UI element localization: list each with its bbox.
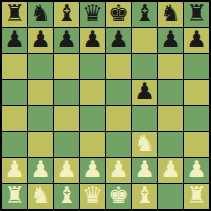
piece-white-pawn: ♟ xyxy=(4,158,25,181)
square-a8[interactable]: ♜ xyxy=(2,2,27,27)
square-e8[interactable]: ♚ xyxy=(106,2,131,27)
square-g8[interactable]: ♞ xyxy=(158,2,183,27)
square-a4[interactable] xyxy=(2,106,27,131)
square-c5[interactable] xyxy=(54,80,79,105)
square-b6[interactable] xyxy=(28,54,53,79)
square-d6[interactable] xyxy=(80,54,105,79)
square-g2[interactable]: ♟ xyxy=(158,158,183,183)
piece-black-bishop: ♝ xyxy=(134,2,155,25)
square-d2[interactable]: ♟ xyxy=(80,158,105,183)
square-c8[interactable]: ♝ xyxy=(54,2,79,27)
piece-white-pawn: ♟ xyxy=(30,158,51,181)
square-b5[interactable] xyxy=(28,80,53,105)
square-g4[interactable] xyxy=(158,106,183,131)
square-a2[interactable]: ♟ xyxy=(2,158,27,183)
piece-black-rook: ♜ xyxy=(186,2,207,25)
square-c3[interactable] xyxy=(54,132,79,157)
square-d7[interactable]: ♟ xyxy=(80,28,105,53)
square-a6[interactable] xyxy=(2,54,27,79)
square-f1[interactable]: ♝ xyxy=(132,184,157,209)
square-e4[interactable] xyxy=(106,106,131,131)
square-e6[interactable] xyxy=(106,54,131,79)
square-a1[interactable]: ♜ xyxy=(2,184,27,209)
piece-black-rook: ♜ xyxy=(4,2,25,25)
square-h6[interactable] xyxy=(184,54,209,79)
piece-black-knight: ♞ xyxy=(30,2,51,25)
square-f2[interactable]: ♟ xyxy=(132,158,157,183)
square-e1[interactable]: ♚ xyxy=(106,184,131,209)
square-a7[interactable]: ♟ xyxy=(2,28,27,53)
piece-black-pawn: ♟ xyxy=(108,28,129,51)
square-h3[interactable] xyxy=(184,132,209,157)
piece-white-pawn: ♟ xyxy=(186,158,207,181)
chess-board: ♜♞♝♛♚♝♞♜♟♟♟♟♟♟♟♟♞♟♟♟♟♟♟♟♟♜♞♝♛♚♝♜ xyxy=(0,0,211,211)
piece-white-pawn: ♟ xyxy=(108,158,129,181)
square-f8[interactable]: ♝ xyxy=(132,2,157,27)
piece-black-pawn: ♟ xyxy=(160,28,181,51)
square-h5[interactable] xyxy=(184,80,209,105)
piece-black-pawn: ♟ xyxy=(186,28,207,51)
square-c4[interactable] xyxy=(54,106,79,131)
square-e3[interactable] xyxy=(106,132,131,157)
square-h2[interactable]: ♟ xyxy=(184,158,209,183)
piece-black-pawn: ♟ xyxy=(30,28,51,51)
square-a3[interactable] xyxy=(2,132,27,157)
piece-white-queen: ♛ xyxy=(82,184,103,207)
square-d5[interactable] xyxy=(80,80,105,105)
square-a5[interactable] xyxy=(2,80,27,105)
square-g1[interactable] xyxy=(158,184,183,209)
square-d8[interactable]: ♛ xyxy=(80,2,105,27)
square-g5[interactable] xyxy=(158,80,183,105)
square-f4[interactable] xyxy=(132,106,157,131)
piece-black-bishop: ♝ xyxy=(56,2,77,25)
square-g7[interactable]: ♟ xyxy=(158,28,183,53)
piece-white-pawn: ♟ xyxy=(134,158,155,181)
square-c7[interactable]: ♟ xyxy=(54,28,79,53)
piece-white-knight: ♞ xyxy=(134,132,155,155)
square-b2[interactable]: ♟ xyxy=(28,158,53,183)
square-f7[interactable] xyxy=(132,28,157,53)
piece-black-pawn: ♟ xyxy=(56,28,77,51)
square-d4[interactable] xyxy=(80,106,105,131)
piece-white-king: ♚ xyxy=(108,184,129,207)
square-e5[interactable] xyxy=(106,80,131,105)
square-b4[interactable] xyxy=(28,106,53,131)
square-g6[interactable] xyxy=(158,54,183,79)
square-f6[interactable] xyxy=(132,54,157,79)
square-b8[interactable]: ♞ xyxy=(28,2,53,27)
square-b7[interactable]: ♟ xyxy=(28,28,53,53)
piece-black-queen: ♛ xyxy=(82,2,103,25)
square-h7[interactable]: ♟ xyxy=(184,28,209,53)
piece-white-pawn: ♟ xyxy=(56,158,77,181)
piece-black-king: ♚ xyxy=(108,2,129,25)
piece-white-bishop: ♝ xyxy=(134,184,155,207)
piece-white-bishop: ♝ xyxy=(56,184,77,207)
piece-black-pawn: ♟ xyxy=(82,28,103,51)
square-b3[interactable] xyxy=(28,132,53,157)
square-c6[interactable] xyxy=(54,54,79,79)
piece-white-rook: ♜ xyxy=(4,184,25,207)
square-e2[interactable]: ♟ xyxy=(106,158,131,183)
piece-white-pawn: ♟ xyxy=(160,158,181,181)
square-c2[interactable]: ♟ xyxy=(54,158,79,183)
square-h8[interactable]: ♜ xyxy=(184,2,209,27)
piece-white-rook: ♜ xyxy=(186,184,207,207)
piece-white-knight: ♞ xyxy=(30,184,51,207)
piece-black-pawn: ♟ xyxy=(134,80,155,103)
square-h1[interactable]: ♜ xyxy=(184,184,209,209)
square-c1[interactable]: ♝ xyxy=(54,184,79,209)
piece-black-pawn: ♟ xyxy=(4,28,25,51)
square-f3[interactable]: ♞ xyxy=(132,132,157,157)
square-b1[interactable]: ♞ xyxy=(28,184,53,209)
square-e7[interactable]: ♟ xyxy=(106,28,131,53)
square-d1[interactable]: ♛ xyxy=(80,184,105,209)
square-d3[interactable] xyxy=(80,132,105,157)
piece-black-knight: ♞ xyxy=(160,2,181,25)
square-g3[interactable] xyxy=(158,132,183,157)
square-f5[interactable]: ♟ xyxy=(132,80,157,105)
square-h4[interactable] xyxy=(184,106,209,131)
piece-white-pawn: ♟ xyxy=(82,158,103,181)
